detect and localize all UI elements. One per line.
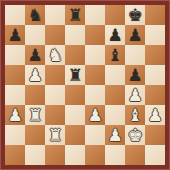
square-h2[interactable] bbox=[145, 125, 165, 145]
square-a5[interactable] bbox=[5, 65, 25, 85]
square-d4[interactable] bbox=[65, 85, 85, 105]
square-g2[interactable]: ♚ bbox=[125, 125, 145, 145]
square-f2[interactable]: ♟ bbox=[105, 125, 125, 145]
square-f4[interactable] bbox=[105, 85, 125, 105]
square-c1[interactable] bbox=[45, 145, 65, 165]
square-c5[interactable] bbox=[45, 65, 65, 85]
square-f8[interactable] bbox=[105, 5, 125, 25]
square-e3[interactable]: ♟ bbox=[85, 105, 105, 125]
piece-black-pawn: ♟ bbox=[27, 45, 42, 65]
square-b6[interactable]: ♟ bbox=[25, 45, 45, 65]
piece-white-knight: ♞ bbox=[47, 45, 62, 65]
square-c8[interactable] bbox=[45, 5, 65, 25]
square-b8[interactable]: ♞ bbox=[25, 5, 45, 25]
piece-black-king: ♚ bbox=[127, 5, 142, 25]
square-d5[interactable]: ♜ bbox=[65, 65, 85, 85]
square-f3[interactable] bbox=[105, 105, 125, 125]
piece-black-pawn: ♟ bbox=[7, 25, 22, 45]
square-f7[interactable]: ♟ bbox=[105, 25, 125, 45]
board-frame: ♞♜♚♟♟♟♟♞♝♟♜♟♟♟♜♟♝♟♜♟♚ bbox=[0, 0, 170, 170]
square-e5[interactable] bbox=[85, 65, 105, 85]
square-f5[interactable] bbox=[105, 65, 125, 85]
square-h5[interactable] bbox=[145, 65, 165, 85]
piece-black-pawn: ♟ bbox=[127, 65, 142, 85]
square-b3[interactable]: ♜ bbox=[25, 105, 45, 125]
square-b5[interactable]: ♟ bbox=[25, 65, 45, 85]
square-a3[interactable]: ♟ bbox=[5, 105, 25, 125]
square-g1[interactable] bbox=[125, 145, 145, 165]
square-e6[interactable] bbox=[85, 45, 105, 65]
square-b7[interactable] bbox=[25, 25, 45, 45]
square-b2[interactable] bbox=[25, 125, 45, 145]
piece-black-pawn: ♟ bbox=[127, 25, 142, 45]
piece-white-bishop: ♝ bbox=[127, 105, 142, 125]
piece-white-pawn: ♟ bbox=[87, 105, 102, 125]
square-g7[interactable]: ♟ bbox=[125, 25, 145, 45]
square-c2[interactable]: ♜ bbox=[45, 125, 65, 145]
square-d1[interactable] bbox=[65, 145, 85, 165]
piece-white-rook: ♜ bbox=[27, 105, 42, 125]
square-d7[interactable] bbox=[65, 25, 85, 45]
square-f6[interactable]: ♝ bbox=[105, 45, 125, 65]
square-g8[interactable]: ♚ bbox=[125, 5, 145, 25]
square-g3[interactable]: ♝ bbox=[125, 105, 145, 125]
piece-black-bishop: ♝ bbox=[107, 45, 122, 65]
piece-black-knight: ♞ bbox=[27, 5, 42, 25]
square-a7[interactable]: ♟ bbox=[5, 25, 25, 45]
square-c4[interactable] bbox=[45, 85, 65, 105]
square-g4[interactable]: ♟ bbox=[125, 85, 145, 105]
square-a6[interactable] bbox=[5, 45, 25, 65]
square-h3[interactable]: ♟ bbox=[145, 105, 165, 125]
piece-black-rook: ♜ bbox=[67, 5, 82, 25]
square-a8[interactable] bbox=[5, 5, 25, 25]
piece-white-pawn: ♟ bbox=[27, 65, 42, 85]
square-e8[interactable] bbox=[85, 5, 105, 25]
square-h4[interactable] bbox=[145, 85, 165, 105]
piece-white-pawn: ♟ bbox=[7, 105, 22, 125]
square-e7[interactable] bbox=[85, 25, 105, 45]
piece-black-pawn: ♟ bbox=[107, 25, 122, 45]
square-a2[interactable] bbox=[5, 125, 25, 145]
piece-white-pawn: ♟ bbox=[127, 85, 142, 105]
square-d3[interactable] bbox=[65, 105, 85, 125]
square-e4[interactable] bbox=[85, 85, 105, 105]
square-a1[interactable] bbox=[5, 145, 25, 165]
square-b1[interactable] bbox=[25, 145, 45, 165]
square-h8[interactable] bbox=[145, 5, 165, 25]
square-h7[interactable] bbox=[145, 25, 165, 45]
square-b4[interactable] bbox=[25, 85, 45, 105]
piece-black-rook: ♜ bbox=[67, 65, 82, 85]
square-g5[interactable]: ♟ bbox=[125, 65, 145, 85]
square-h6[interactable] bbox=[145, 45, 165, 65]
square-g6[interactable] bbox=[125, 45, 145, 65]
square-f1[interactable] bbox=[105, 145, 125, 165]
square-c6[interactable]: ♞ bbox=[45, 45, 65, 65]
square-d8[interactable]: ♜ bbox=[65, 5, 85, 25]
square-c7[interactable] bbox=[45, 25, 65, 45]
piece-white-king: ♚ bbox=[127, 125, 142, 145]
square-h1[interactable] bbox=[145, 145, 165, 165]
piece-white-pawn: ♟ bbox=[147, 105, 162, 125]
piece-white-pawn: ♟ bbox=[107, 125, 122, 145]
square-d6[interactable] bbox=[65, 45, 85, 65]
square-c3[interactable] bbox=[45, 105, 65, 125]
chess-board: ♞♜♚♟♟♟♟♞♝♟♜♟♟♟♜♟♝♟♜♟♚ bbox=[5, 5, 165, 165]
square-d2[interactable] bbox=[65, 125, 85, 145]
piece-white-rook: ♜ bbox=[47, 125, 62, 145]
square-a4[interactable] bbox=[5, 85, 25, 105]
square-e1[interactable] bbox=[85, 145, 105, 165]
square-e2[interactable] bbox=[85, 125, 105, 145]
